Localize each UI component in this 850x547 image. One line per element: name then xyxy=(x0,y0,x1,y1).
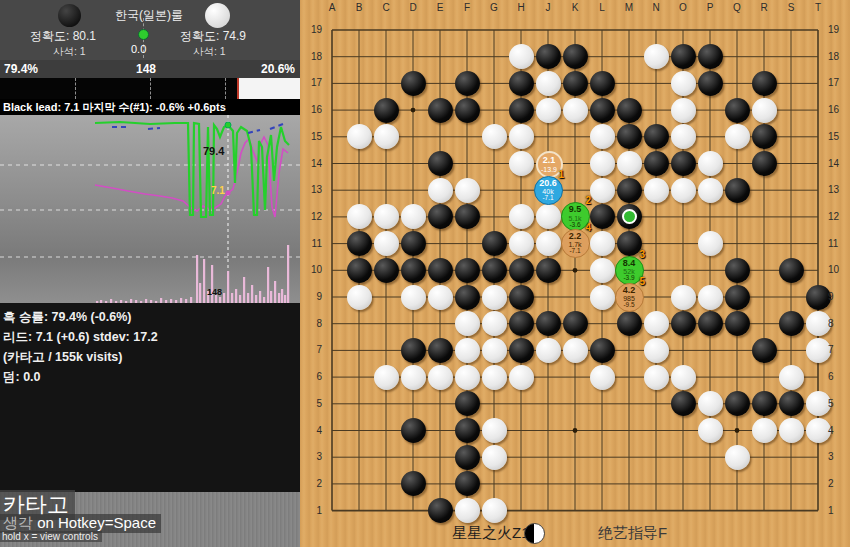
stone-black-M15 xyxy=(617,124,642,149)
row-label-left-12: 12 xyxy=(300,211,322,222)
stone-black-P17 xyxy=(698,71,723,96)
black-captures-label: 사석: 1 xyxy=(53,45,86,59)
row-label-left-4: 4 xyxy=(300,425,322,436)
stone-white-N18 xyxy=(644,44,669,69)
row-label-left-16: 16 xyxy=(300,104,322,115)
column-label-M: M xyxy=(619,2,639,13)
player-info-header: 한국(일본)룰 정확도: 80.1 정확도: 74.9 0.0 사석: 1 사석… xyxy=(0,0,300,60)
stone-white-L6 xyxy=(590,365,615,390)
row-label-right-19: 19 xyxy=(828,24,850,35)
stone-black-H10 xyxy=(509,258,534,283)
stone-black-R5 xyxy=(752,391,777,416)
candidate-value: -13.9 xyxy=(541,166,557,173)
stone-black-G10 xyxy=(482,258,507,283)
stone-white-G9 xyxy=(482,285,507,310)
stone-black-J10 xyxy=(536,258,561,283)
stone-white-F8 xyxy=(455,311,480,336)
stone-white-J16 xyxy=(536,98,561,123)
winrate-labels-row: 79.4% 148 20.6% xyxy=(0,60,300,78)
stone-white-L15 xyxy=(590,124,615,149)
stone-white-K7 xyxy=(563,338,588,363)
stone-white-D12 xyxy=(401,204,426,229)
stone-white-Q3 xyxy=(725,445,750,470)
stone-black-L17 xyxy=(590,71,615,96)
stone-white-E9 xyxy=(428,285,453,310)
stone-white-L11 xyxy=(590,231,615,256)
stone-white-R4 xyxy=(752,418,777,443)
stone-black-O18 xyxy=(671,44,696,69)
stone-black-O5 xyxy=(671,391,696,416)
stone-white-H11 xyxy=(509,231,534,256)
stone-black-M8 xyxy=(617,311,642,336)
stone-white-H12 xyxy=(509,204,534,229)
stone-white-J17 xyxy=(536,71,561,96)
stone-white-T7 xyxy=(806,338,831,363)
row-label-left-11: 11 xyxy=(300,238,322,249)
score-dot-icon xyxy=(138,29,149,40)
stone-black-Q13 xyxy=(725,178,750,203)
candidate-rank-badge: 4 xyxy=(586,222,592,233)
stone-black-Q8 xyxy=(725,311,750,336)
stone-black-J18 xyxy=(536,44,561,69)
stone-white-G4 xyxy=(482,418,507,443)
move-number-label: 148 xyxy=(136,62,156,76)
column-label-A: A xyxy=(322,2,342,13)
candidate-value: 9.5 xyxy=(569,205,582,214)
stone-black-Q5 xyxy=(725,391,750,416)
winrate-tick-50 xyxy=(150,78,151,99)
stone-black-H16 xyxy=(509,98,534,123)
white-player-icon xyxy=(205,3,230,28)
stone-black-E12 xyxy=(428,204,453,229)
stone-black-B11 xyxy=(347,231,372,256)
winrate-tick-75 xyxy=(225,78,226,99)
stone-white-G8 xyxy=(482,311,507,336)
stone-white-G7 xyxy=(482,338,507,363)
white-winrate-label: 20.6% xyxy=(261,62,295,76)
stone-white-B12 xyxy=(347,204,372,229)
stone-black-C16 xyxy=(374,98,399,123)
stone-white-F7 xyxy=(455,338,480,363)
analysis-panel: 한국(일본)룰 정확도: 80.1 정확도: 74.9 0.0 사석: 1 사석… xyxy=(0,0,300,547)
stone-black-F5 xyxy=(455,391,480,416)
stone-white-L10 xyxy=(590,258,615,283)
stone-black-E14 xyxy=(428,151,453,176)
graph-move-value: 148 xyxy=(207,287,222,297)
stone-white-P4 xyxy=(698,418,723,443)
stone-white-G1 xyxy=(482,498,507,523)
stone-white-K16 xyxy=(563,98,588,123)
stone-white-F13 xyxy=(455,178,480,203)
stone-white-N6 xyxy=(644,365,669,390)
stone-black-R15 xyxy=(752,124,777,149)
stone-black-D17 xyxy=(401,71,426,96)
stone-black-E7 xyxy=(428,338,453,363)
stone-black-H8 xyxy=(509,311,534,336)
stone-white-M14 xyxy=(617,151,642,176)
candidate-value: 8.4 xyxy=(623,259,636,268)
row-label-left-14: 14 xyxy=(300,158,322,169)
white-captures-label: 사석: 1 xyxy=(193,45,226,59)
stone-white-P11 xyxy=(698,231,723,256)
stone-black-M16 xyxy=(617,98,642,123)
winrate-tick-25 xyxy=(75,78,76,99)
graph-winrate-value: 79.4 xyxy=(203,145,224,157)
stone-white-P9 xyxy=(698,285,723,310)
column-label-L: L xyxy=(592,2,612,13)
stone-white-T8 xyxy=(806,311,831,336)
stone-black-P8 xyxy=(698,311,723,336)
column-label-S: S xyxy=(781,2,801,13)
winrate-bar-black xyxy=(0,78,238,99)
column-label-P: P xyxy=(700,2,720,13)
stone-black-E10 xyxy=(428,258,453,283)
column-label-J: J xyxy=(538,2,558,13)
stone-white-H6 xyxy=(509,365,534,390)
row-label-right-4: 4 xyxy=(828,425,850,436)
hotkey-label: on Hotkey=Space xyxy=(37,514,156,531)
row-label-left-13: 13 xyxy=(300,184,322,195)
last-move-marker xyxy=(622,209,637,224)
row-label-right-15: 15 xyxy=(828,131,850,142)
candidate-rank-badge: 2 xyxy=(586,195,592,206)
stone-black-H17 xyxy=(509,71,534,96)
thinking-label: 생각 xyxy=(3,514,33,531)
stone-black-S8 xyxy=(779,311,804,336)
black-player-name: 星星之火Z1 xyxy=(452,524,530,543)
candidate-value: 2.2 xyxy=(569,232,582,241)
stone-white-C11 xyxy=(374,231,399,256)
row-label-left-15: 15 xyxy=(300,131,322,142)
stone-black-F16 xyxy=(455,98,480,123)
stone-white-G15 xyxy=(482,124,507,149)
row-label-right-5: 5 xyxy=(828,398,850,409)
row-label-right-1: 1 xyxy=(828,505,850,516)
stone-white-H18 xyxy=(509,44,534,69)
stone-white-O17 xyxy=(671,71,696,96)
stone-black-E16 xyxy=(428,98,453,123)
white-player-name: 绝艺指导F xyxy=(598,524,667,543)
stone-white-B9 xyxy=(347,285,372,310)
stone-white-G3 xyxy=(482,445,507,470)
column-label-C: C xyxy=(376,2,396,13)
stone-white-N8 xyxy=(644,311,669,336)
black-accuracy-label: 정확도: 80.1 xyxy=(30,28,96,45)
stone-black-H9 xyxy=(509,285,534,310)
candidate-value: 4.2 xyxy=(623,286,636,295)
stone-black-K8 xyxy=(563,311,588,336)
stone-black-D10 xyxy=(401,258,426,283)
winrate-graph-canvas xyxy=(0,115,300,303)
stone-white-F1 xyxy=(455,498,480,523)
stone-white-C15 xyxy=(374,124,399,149)
column-label-N: N xyxy=(646,2,666,13)
stone-white-T4 xyxy=(806,418,831,443)
stone-black-F9 xyxy=(455,285,480,310)
column-label-O: O xyxy=(673,2,693,13)
stone-white-L9 xyxy=(590,285,615,310)
stone-white-J7 xyxy=(536,338,561,363)
column-label-F: F xyxy=(457,2,477,13)
stone-black-M13 xyxy=(617,178,642,203)
stone-white-E13 xyxy=(428,178,453,203)
stone-white-H14 xyxy=(509,151,534,176)
stone-white-D9 xyxy=(401,285,426,310)
stone-black-D7 xyxy=(401,338,426,363)
stone-black-H7 xyxy=(509,338,534,363)
info-winrate-line: 흑 승률: 79.4% (-0.6%) xyxy=(3,309,132,326)
stone-black-O8 xyxy=(671,311,696,336)
stone-black-F10 xyxy=(455,258,480,283)
stone-white-O15 xyxy=(671,124,696,149)
stone-black-S10 xyxy=(779,258,804,283)
analysis-info-box: 흑 승률: 79.4% (-0.6%) 리드: 7.1 (+0.6) stdev… xyxy=(0,303,300,492)
candidate-move-K11[interactable]: 2.21.7k-7.1 xyxy=(561,229,590,258)
stone-white-P14 xyxy=(698,151,723,176)
stone-white-F6 xyxy=(455,365,480,390)
go-board[interactable]: 2.1-13.920.640k-7.119.55.1k-3.622.21.7k-… xyxy=(300,0,850,547)
stone-black-S5 xyxy=(779,391,804,416)
winrate-bar[interactable] xyxy=(0,78,300,99)
row-label-left-19: 19 xyxy=(300,24,322,35)
stone-white-G6 xyxy=(482,365,507,390)
row-label-right-9: 9 xyxy=(828,291,850,302)
stone-black-K17 xyxy=(563,71,588,96)
row-label-left-2: 2 xyxy=(300,478,322,489)
stone-white-Q15 xyxy=(725,124,750,149)
row-label-right-2: 2 xyxy=(828,478,850,489)
column-label-H: H xyxy=(511,2,531,13)
score-delta-label: 0.0 xyxy=(131,43,146,55)
stone-white-B15 xyxy=(347,124,372,149)
stone-black-J8 xyxy=(536,311,561,336)
row-label-left-8: 8 xyxy=(300,318,322,329)
stone-black-K18 xyxy=(563,44,588,69)
stone-white-O9 xyxy=(671,285,696,310)
stone-black-L12 xyxy=(590,204,615,229)
row-label-right-3: 3 xyxy=(828,451,850,462)
stone-black-M11 xyxy=(617,231,642,256)
stone-white-C12 xyxy=(374,204,399,229)
row-label-left-17: 17 xyxy=(300,77,322,88)
row-label-right-13: 13 xyxy=(828,184,850,195)
stone-white-L14 xyxy=(590,151,615,176)
stone-black-B10 xyxy=(347,258,372,283)
stone-white-S6 xyxy=(779,365,804,390)
column-label-Q: Q xyxy=(727,2,747,13)
row-label-left-1: 1 xyxy=(300,505,322,516)
stone-white-D6 xyxy=(401,365,426,390)
row-label-right-11: 11 xyxy=(828,238,850,249)
row-label-right-12: 12 xyxy=(828,211,850,222)
controls-hint-label: hold x = view controls xyxy=(0,531,102,542)
column-label-G: G xyxy=(484,2,504,13)
row-label-left-6: 6 xyxy=(300,371,322,382)
stone-black-F12 xyxy=(455,204,480,229)
stone-white-P13 xyxy=(698,178,723,203)
row-label-right-18: 18 xyxy=(828,51,850,62)
row-label-left-10: 10 xyxy=(300,264,322,275)
stone-white-O16 xyxy=(671,98,696,123)
white-accuracy-label: 정확도: 74.9 xyxy=(180,28,246,45)
row-label-right-10: 10 xyxy=(828,264,850,275)
candidate-move-J13[interactable]: 20.640k-7.1 xyxy=(534,176,563,205)
column-label-B: B xyxy=(349,2,369,13)
column-label-D: D xyxy=(403,2,423,13)
candidate-value: 20.6 xyxy=(539,179,557,188)
status-footer: 카타고 생각 on Hotkey=Space hold x = view con… xyxy=(0,492,300,547)
stone-black-R14 xyxy=(752,151,777,176)
stone-black-N14 xyxy=(644,151,669,176)
row-label-left-3: 3 xyxy=(300,451,322,462)
info-engine-line: (카타고 / 155k visits) xyxy=(3,349,123,366)
row-label-left-5: 5 xyxy=(300,398,322,409)
candidate-value: -7.1 xyxy=(542,195,553,202)
candidate-value: -7.1 xyxy=(569,248,580,255)
info-lead-line: 리드: 7.1 (+0.6) stdev: 17.2 xyxy=(3,329,158,346)
black-winrate-label: 79.4% xyxy=(4,62,38,76)
stone-black-L16 xyxy=(590,98,615,123)
candidate-value: -9.5 xyxy=(623,302,634,309)
stone-black-L7 xyxy=(590,338,615,363)
stone-white-N13 xyxy=(644,178,669,203)
black-player-icon xyxy=(58,4,81,27)
info-komi-line: 덤: 0.0 xyxy=(3,369,41,386)
candidate-value: -3.6 xyxy=(569,222,580,229)
column-label-K: K xyxy=(565,2,585,13)
stone-black-F2 xyxy=(455,471,480,496)
column-label-T: T xyxy=(808,2,828,13)
stone-black-R7 xyxy=(752,338,777,363)
lead-strip-text: Black lead: 7.1 마지막 수(#1): -0.6% +0.6pts xyxy=(3,100,226,115)
row-label-right-17: 17 xyxy=(828,77,850,88)
stone-black-F4 xyxy=(455,418,480,443)
row-label-right-16: 16 xyxy=(828,104,850,115)
stone-white-J12 xyxy=(536,204,561,229)
stone-black-Q9 xyxy=(725,285,750,310)
row-label-right-6: 6 xyxy=(828,371,850,382)
stone-black-E1 xyxy=(428,498,453,523)
stone-white-O13 xyxy=(671,178,696,203)
stone-white-S4 xyxy=(779,418,804,443)
stone-black-Q16 xyxy=(725,98,750,123)
column-label-R: R xyxy=(754,2,774,13)
stone-white-L13 xyxy=(590,178,615,203)
stone-white-C6 xyxy=(374,365,399,390)
stone-black-F3 xyxy=(455,445,480,470)
row-label-right-7: 7 xyxy=(828,344,850,355)
candidate-rank-badge: 1 xyxy=(559,169,565,180)
stone-black-P18 xyxy=(698,44,723,69)
row-label-left-7: 7 xyxy=(300,344,322,355)
candidate-rank-badge: 5 xyxy=(640,276,646,287)
winrate-graph[interactable]: 79.4 7.1 148 xyxy=(0,115,300,303)
stone-black-T9 xyxy=(806,285,831,310)
stone-black-C10 xyxy=(374,258,399,283)
stone-white-E6 xyxy=(428,365,453,390)
stone-black-D4 xyxy=(401,418,426,443)
candidate-value: -3.9 xyxy=(623,275,634,282)
stone-black-Q10 xyxy=(725,258,750,283)
stone-white-T5 xyxy=(806,391,831,416)
stone-white-H15 xyxy=(509,124,534,149)
stone-black-D11 xyxy=(401,231,426,256)
stone-black-R17 xyxy=(752,71,777,96)
rules-label: 한국(일본)룰 xyxy=(99,7,199,24)
stone-white-O6 xyxy=(671,365,696,390)
column-label-E: E xyxy=(430,2,450,13)
stone-black-N15 xyxy=(644,124,669,149)
stone-black-F17 xyxy=(455,71,480,96)
candidate-value: 2.1 xyxy=(543,156,556,165)
stone-white-R16 xyxy=(752,98,777,123)
stone-black-O14 xyxy=(671,151,696,176)
row-label-right-14: 14 xyxy=(828,158,850,169)
katago-analysis-app: 한국(일본)룰 정확도: 80.1 정확도: 74.9 0.0 사석: 1 사석… xyxy=(0,0,850,547)
stone-black-G11 xyxy=(482,231,507,256)
stone-white-N7 xyxy=(644,338,669,363)
winrate-bar-cursor xyxy=(237,78,239,99)
graph-score-value: 7.1 xyxy=(211,185,225,196)
stone-black-D2 xyxy=(401,471,426,496)
stone-white-J11 xyxy=(536,231,561,256)
row-label-left-9: 9 xyxy=(300,291,322,302)
stone-white-P5 xyxy=(698,391,723,416)
row-label-right-8: 8 xyxy=(828,318,850,329)
row-label-left-18: 18 xyxy=(300,51,322,62)
candidate-rank-badge: 3 xyxy=(640,249,646,260)
lead-strip: Black lead: 7.1 마지막 수(#1): -0.6% +0.6pts xyxy=(0,99,300,115)
color-indicator-icon xyxy=(524,523,545,544)
